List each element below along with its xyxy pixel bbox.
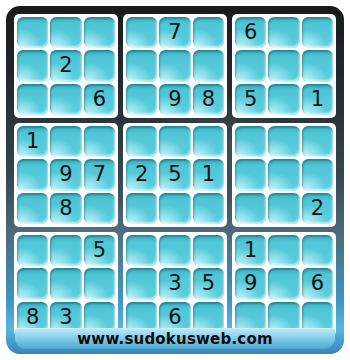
cell-r8c4[interactable] xyxy=(126,268,157,299)
cell-r7c7[interactable]: 1 xyxy=(235,235,266,266)
cell-r4c1[interactable]: 1 xyxy=(17,126,48,157)
cell-r1c1[interactable] xyxy=(17,17,48,48)
cell-r3c5[interactable]: 9 xyxy=(159,84,190,115)
box-3-2: 356 xyxy=(123,232,227,336)
cell-r7c1[interactable] xyxy=(17,235,48,266)
cell-r3c1[interactable] xyxy=(17,84,48,115)
cell-r4c3[interactable] xyxy=(84,126,115,157)
board-frame: 2679865119782512583356196 www.sudokusweb… xyxy=(6,6,344,354)
cell-r5c9[interactable] xyxy=(302,159,333,190)
cell-r2c8[interactable] xyxy=(268,50,299,81)
cell-r8c3[interactable] xyxy=(84,268,115,299)
cell-r1c2[interactable] xyxy=(50,17,81,48)
cell-r6c4[interactable] xyxy=(126,193,157,224)
cell-r6c5[interactable] xyxy=(159,193,190,224)
cell-r7c6[interactable] xyxy=(193,235,224,266)
cell-r2c4[interactable] xyxy=(126,50,157,81)
box-2-3: 2 xyxy=(232,123,336,227)
cell-r6c1[interactable] xyxy=(17,193,48,224)
cell-r6c9[interactable]: 2 xyxy=(302,193,333,224)
cell-r5c5[interactable]: 5 xyxy=(159,159,190,190)
cell-r5c7[interactable] xyxy=(235,159,266,190)
cell-r3c9[interactable]: 1 xyxy=(302,84,333,115)
cell-r2c5[interactable] xyxy=(159,50,190,81)
cell-r4c4[interactable] xyxy=(126,126,157,157)
cell-r6c6[interactable] xyxy=(193,193,224,224)
cell-r2c9[interactable] xyxy=(302,50,333,81)
cell-r4c8[interactable] xyxy=(268,126,299,157)
cell-r1c8[interactable] xyxy=(268,17,299,48)
cell-r2c7[interactable] xyxy=(235,50,266,81)
cell-r8c7[interactable]: 9 xyxy=(235,268,266,299)
cell-r2c6[interactable] xyxy=(193,50,224,81)
cell-r4c6[interactable] xyxy=(193,126,224,157)
cell-r3c7[interactable]: 5 xyxy=(235,84,266,115)
cell-r3c6[interactable]: 8 xyxy=(193,84,224,115)
box-3-3: 196 xyxy=(232,232,336,336)
cell-r7c8[interactable] xyxy=(268,235,299,266)
cell-r6c8[interactable] xyxy=(268,193,299,224)
cell-r1c5[interactable]: 7 xyxy=(159,17,190,48)
cell-r1c4[interactable] xyxy=(126,17,157,48)
cell-r6c3[interactable] xyxy=(84,193,115,224)
cell-r5c8[interactable] xyxy=(268,159,299,190)
cell-r7c2[interactable] xyxy=(50,235,81,266)
cell-r1c3[interactable] xyxy=(84,17,115,48)
cell-r3c4[interactable] xyxy=(126,84,157,115)
cell-r1c6[interactable] xyxy=(193,17,224,48)
cell-r4c9[interactable] xyxy=(302,126,333,157)
cell-r7c9[interactable] xyxy=(302,235,333,266)
cell-r3c8[interactable] xyxy=(268,84,299,115)
cell-r5c2[interactable]: 9 xyxy=(50,159,81,190)
cell-r1c9[interactable] xyxy=(302,17,333,48)
footer-band: www.sudokusweb.com xyxy=(15,328,335,349)
sudoku-board: 2679865119782512583356196 xyxy=(14,14,336,336)
cell-r7c5[interactable] xyxy=(159,235,190,266)
cell-r6c7[interactable] xyxy=(235,193,266,224)
cell-r1c7[interactable]: 6 xyxy=(235,17,266,48)
cell-r8c6[interactable]: 5 xyxy=(193,268,224,299)
cell-r4c2[interactable] xyxy=(50,126,81,157)
cell-r5c1[interactable] xyxy=(17,159,48,190)
cell-r2c2[interactable]: 2 xyxy=(50,50,81,81)
cell-r3c2[interactable] xyxy=(50,84,81,115)
cell-r3c3[interactable]: 6 xyxy=(84,84,115,115)
cell-r2c3[interactable] xyxy=(84,50,115,81)
cell-r8c9[interactable]: 6 xyxy=(302,268,333,299)
cell-r8c8[interactable] xyxy=(268,268,299,299)
cell-r6c2[interactable]: 8 xyxy=(50,193,81,224)
cell-r2c1[interactable] xyxy=(17,50,48,81)
cell-r4c5[interactable] xyxy=(159,126,190,157)
cell-r5c4[interactable]: 2 xyxy=(126,159,157,190)
box-1-2: 798 xyxy=(123,14,227,118)
box-1-1: 26 xyxy=(14,14,118,118)
box-2-2: 251 xyxy=(123,123,227,227)
cell-r4c7[interactable] xyxy=(235,126,266,157)
box-2-1: 1978 xyxy=(14,123,118,227)
cell-r5c3[interactable]: 7 xyxy=(84,159,115,190)
site-url: www.sudokusweb.com xyxy=(77,330,272,348)
cell-r8c1[interactable] xyxy=(17,268,48,299)
cell-r5c6[interactable]: 1 xyxy=(193,159,224,190)
cell-r8c5[interactable]: 3 xyxy=(159,268,190,299)
cell-r7c3[interactable]: 5 xyxy=(84,235,115,266)
box-3-1: 583 xyxy=(14,232,118,336)
sudoku-app: 2679865119782512583356196 www.sudokusweb… xyxy=(0,0,350,360)
cell-r7c4[interactable] xyxy=(126,235,157,266)
box-1-3: 651 xyxy=(232,14,336,118)
cell-r8c2[interactable] xyxy=(50,268,81,299)
